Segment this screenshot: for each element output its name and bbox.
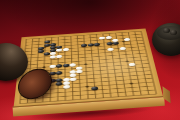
go-game-photo	[0, 0, 180, 120]
captured-stone	[163, 28, 170, 33]
captured-stone	[170, 30, 177, 35]
goban	[4, 16, 176, 119]
right-bowl-lid	[157, 26, 180, 40]
